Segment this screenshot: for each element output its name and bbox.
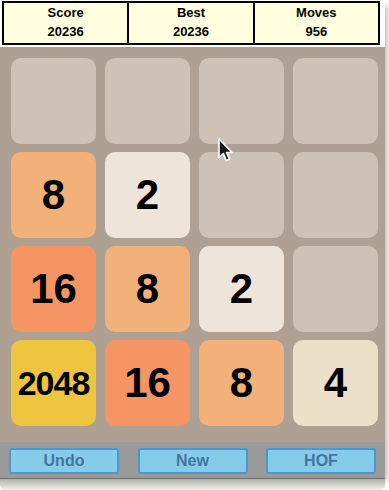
cell-r1c4 <box>293 58 378 144</box>
new-button[interactable]: New <box>138 448 248 474</box>
cell-r3c4 <box>293 246 378 332</box>
score-value: 20236 <box>48 23 84 42</box>
best-box: Best 20236 <box>127 1 254 45</box>
game-window: Score 20236 Best 20236 Moves 956 8 2 16 … <box>0 1 385 478</box>
cell-r2c2: 2 <box>105 152 190 238</box>
cell-r4c4: 4 <box>293 340 378 426</box>
cell-r1c1 <box>11 58 96 144</box>
cell-r4c3: 8 <box>199 340 284 426</box>
button-bar: Undo New HOF <box>0 442 385 479</box>
board-grid: 8 2 16 8 2 2048 16 8 4 <box>0 47 385 442</box>
score-box: Score 20236 <box>2 1 129 45</box>
cell-r1c2 <box>105 58 190 144</box>
score-label: Score <box>48 4 84 23</box>
cell-r2c1: 8 <box>11 152 96 238</box>
score-panel: Score 20236 Best 20236 Moves 956 <box>0 1 385 47</box>
cell-r2c4 <box>293 152 378 238</box>
hof-button[interactable]: HOF <box>266 448 376 474</box>
score-bar: Score 20236 Best 20236 Moves 956 <box>2 1 380 45</box>
moves-box: Moves 956 <box>253 1 380 45</box>
moves-value: 956 <box>305 23 327 42</box>
cell-r2c3 <box>199 152 284 238</box>
cell-r1c3 <box>199 58 284 144</box>
cell-r3c2: 8 <box>105 246 190 332</box>
cell-r3c3: 2 <box>199 246 284 332</box>
best-label: Best <box>177 4 205 23</box>
undo-button[interactable]: Undo <box>9 448 119 474</box>
cell-r4c2: 16 <box>105 340 190 426</box>
best-value: 20236 <box>173 23 209 42</box>
cell-r3c1: 16 <box>11 246 96 332</box>
window-bottom-shadow <box>0 478 385 490</box>
screenshot-root: { "game": "2048", "position": { "rows": … <box>0 0 389 490</box>
moves-label: Moves <box>296 4 336 23</box>
cell-r4c1: 2048 <box>11 340 96 426</box>
